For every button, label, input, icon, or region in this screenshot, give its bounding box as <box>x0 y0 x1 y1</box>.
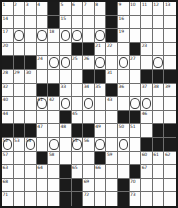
black-cell <box>164 124 176 138</box>
clue-number: 30 <box>26 70 31 75</box>
grid-cell[interactable]: 27 <box>130 56 142 70</box>
clue-number: 29 <box>14 70 19 75</box>
grid-cell[interactable] <box>60 97 72 111</box>
circle-marker <box>84 98 94 109</box>
clue-number: 62 <box>165 152 170 157</box>
black-cell <box>14 124 26 138</box>
grid-cell[interactable]: 65 <box>72 165 84 179</box>
clue-number: 17 <box>3 29 8 34</box>
grid-cell[interactable] <box>14 84 26 98</box>
grid-cell[interactable] <box>153 43 165 57</box>
grid-cell[interactable] <box>25 192 37 206</box>
grid-cell[interactable]: 61 <box>153 152 165 166</box>
grid-cell[interactable] <box>164 192 176 206</box>
black-cell <box>118 111 130 125</box>
clue-number: 65 <box>72 165 77 170</box>
grid-cell[interactable]: 45 <box>72 111 84 125</box>
circle-marker <box>142 98 152 109</box>
black-cell <box>83 124 95 138</box>
grid-cell[interactable]: 63 <box>2 165 14 179</box>
clue-number: 70 <box>130 179 135 184</box>
grid-cell[interactable] <box>130 16 142 30</box>
grid-cell[interactable]: 24 <box>37 56 49 70</box>
black-cell <box>60 165 72 179</box>
grid-cell[interactable] <box>153 179 165 193</box>
grid-cell[interactable]: 56 <box>83 138 95 152</box>
grid-cell[interactable] <box>37 192 49 206</box>
circle-marker <box>37 30 47 41</box>
black-cell <box>164 70 176 84</box>
grid-cell[interactable] <box>141 192 153 206</box>
grid-cell[interactable] <box>153 16 165 30</box>
black-cell <box>60 192 72 206</box>
clue-number: 40 <box>3 97 8 102</box>
grid-cell[interactable]: 55 <box>72 138 84 152</box>
grid-cell[interactable] <box>164 56 176 70</box>
black-cell <box>106 84 118 98</box>
clue-number: 39 <box>165 84 170 89</box>
grid-cell[interactable]: 19 <box>118 29 130 43</box>
grid-cell[interactable] <box>153 97 165 111</box>
grid-cell[interactable] <box>118 43 130 57</box>
grid-cell[interactable]: 68 <box>2 179 14 193</box>
grid-cell[interactable] <box>37 29 49 43</box>
grid-cell[interactable]: 10 <box>130 2 142 16</box>
clue-number: 18 <box>49 29 54 34</box>
clue-number: 68 <box>3 179 8 184</box>
grid-cell[interactable]: 9 <box>118 2 130 16</box>
clue-number: 63 <box>3 165 8 170</box>
grid-cell[interactable] <box>118 165 130 179</box>
grid-cell[interactable] <box>14 16 26 30</box>
grid-cell[interactable] <box>25 111 37 125</box>
grid-cell[interactable]: 18 <box>48 29 60 43</box>
grid-cell[interactable] <box>14 165 26 179</box>
grid-cell[interactable] <box>141 124 153 138</box>
grid-cell[interactable]: 22 <box>106 43 118 57</box>
clue-number: 71 <box>3 192 8 197</box>
grid-cell[interactable]: 47 <box>37 124 49 138</box>
circle-marker <box>61 57 71 68</box>
grid-cell[interactable]: 7 <box>83 2 95 16</box>
grid-cell[interactable] <box>141 56 153 70</box>
grid-cell[interactable] <box>25 16 37 30</box>
clue-number: 69 <box>84 179 89 184</box>
grid-cell[interactable] <box>48 138 60 152</box>
grid-cell[interactable] <box>118 70 130 84</box>
clue-number: 43 <box>107 97 112 102</box>
grid-cell[interactable] <box>95 179 107 193</box>
clue-number: 57 <box>3 152 8 157</box>
grid-cell[interactable] <box>153 165 165 179</box>
grid-cell[interactable]: 58 <box>48 152 60 166</box>
grid-cell[interactable] <box>48 56 60 70</box>
clue-number: 4 <box>37 2 40 7</box>
grid-cell[interactable]: 12 <box>153 2 165 16</box>
clue-number: 36 <box>119 84 124 89</box>
grid-cell[interactable]: 15 <box>60 16 72 30</box>
clue-number: 44 <box>3 111 8 116</box>
grid-cell[interactable]: 5 <box>60 2 72 16</box>
grid-cell[interactable] <box>60 152 72 166</box>
circle-marker <box>14 30 24 41</box>
grid-cell[interactable]: 37 <box>141 84 153 98</box>
grid-cell[interactable]: 64 <box>37 165 49 179</box>
black-cell <box>95 152 107 166</box>
grid-cell[interactable]: 2 <box>14 2 26 16</box>
grid-cell[interactable] <box>83 152 95 166</box>
clue-number: 3 <box>26 2 29 7</box>
black-cell <box>48 84 60 98</box>
black-cell <box>72 124 84 138</box>
clue-number: 60 <box>142 152 147 157</box>
grid-cell[interactable] <box>95 138 107 152</box>
grid-cell[interactable]: 30 <box>25 70 37 84</box>
grid-cell[interactable] <box>153 29 165 43</box>
black-cell <box>60 111 72 125</box>
clue-number: 54 <box>26 138 31 143</box>
grid-cell[interactable] <box>14 152 26 166</box>
clue-number: 47 <box>37 124 42 129</box>
clue-number: 11 <box>142 2 147 7</box>
clue-number: 28 <box>3 70 8 75</box>
grid-cell[interactable]: 16 <box>118 16 130 30</box>
grid-cell[interactable] <box>14 111 26 125</box>
black-cell <box>25 124 37 138</box>
clue-number: 27 <box>130 56 135 61</box>
grid-cell[interactable] <box>60 70 72 84</box>
grid-cell[interactable] <box>95 29 107 43</box>
grid-cell[interactable] <box>118 138 130 152</box>
clue-number: 50 <box>119 124 124 129</box>
circle-marker <box>153 57 163 68</box>
grid-cell[interactable] <box>118 56 130 70</box>
black-cell <box>37 84 49 98</box>
black-cell <box>72 43 84 57</box>
grid-cell[interactable] <box>14 29 26 43</box>
grid-cell[interactable]: 53 <box>14 138 26 152</box>
grid-cell[interactable] <box>106 56 118 70</box>
grid-cell[interactable] <box>37 179 49 193</box>
black-cell <box>153 138 165 152</box>
grid-cell[interactable] <box>106 111 118 125</box>
grid-cell[interactable] <box>106 124 118 138</box>
grid-cell[interactable]: 25 <box>72 56 84 70</box>
clue-number: 37 <box>142 84 147 89</box>
grid-cell[interactable] <box>60 138 72 152</box>
grid-cell[interactable] <box>25 97 37 111</box>
black-cell <box>83 43 95 57</box>
circle-marker <box>61 30 71 41</box>
grid-cell[interactable]: 36 <box>118 84 130 98</box>
clue-number: 2 <box>14 2 17 7</box>
grid-cell[interactable]: 32 <box>2 84 14 98</box>
grid-cell[interactable] <box>83 16 95 30</box>
clue-number: 15 <box>61 16 66 21</box>
clue-number: 53 <box>14 138 19 143</box>
grid-cell[interactable] <box>72 16 84 30</box>
grid-cell[interactable]: 41 <box>37 97 49 111</box>
grid-cell[interactable]: 49 <box>95 124 107 138</box>
grid-cell[interactable] <box>48 111 60 125</box>
black-cell <box>130 165 142 179</box>
black-cell <box>95 70 107 84</box>
grid-cell[interactable] <box>118 97 130 111</box>
black-cell <box>14 56 26 70</box>
clue-number: 66 <box>95 165 100 170</box>
clue-number: 32 <box>3 84 8 89</box>
grid-cell[interactable] <box>48 124 60 138</box>
clue-number: 35 <box>95 84 100 89</box>
grid-cell[interactable]: 35 <box>95 84 107 98</box>
clue-number: 12 <box>153 2 158 7</box>
clue-number: 33 <box>61 84 66 89</box>
grid-cell[interactable]: 40 <box>2 97 14 111</box>
grid-cell[interactable]: 26 <box>83 56 95 70</box>
grid-cell[interactable]: 66 <box>95 165 107 179</box>
grid-cell[interactable] <box>141 179 153 193</box>
grid-cell[interactable]: 46 <box>141 111 153 125</box>
grid-cell[interactable]: 48 <box>60 124 72 138</box>
grid-cell[interactable] <box>14 179 26 193</box>
clue-number: 13 <box>165 2 170 7</box>
grid-cell[interactable]: 1 <box>2 2 14 16</box>
grid-cell[interactable] <box>25 29 37 43</box>
grid-cell[interactable] <box>130 97 142 111</box>
circle-marker <box>49 139 59 150</box>
clue-number: 55 <box>72 138 77 143</box>
grid-cell[interactable] <box>164 179 176 193</box>
grid-cell[interactable] <box>14 43 26 57</box>
grid-cell[interactable] <box>72 70 84 84</box>
clue-number: 10 <box>130 2 135 7</box>
black-cell <box>106 16 118 30</box>
grid-cell[interactable] <box>153 192 165 206</box>
grid-cell[interactable] <box>60 29 72 43</box>
grid-cell[interactable] <box>37 43 49 57</box>
clue-number: 20 <box>3 43 8 48</box>
clue-number: 14 <box>3 16 8 21</box>
grid-cell[interactable]: 38 <box>153 84 165 98</box>
grid-cell[interactable] <box>95 111 107 125</box>
grid-cell[interactable] <box>164 97 176 111</box>
clue-number: 21 <box>95 43 100 48</box>
grid-cell[interactable]: 4 <box>37 2 49 16</box>
grid-cell[interactable] <box>14 97 26 111</box>
grid-cell[interactable]: 57 <box>2 152 14 166</box>
clue-number: 5 <box>61 2 64 7</box>
clue-number: 34 <box>84 84 89 89</box>
grid-cell[interactable] <box>130 29 142 43</box>
black-cell <box>153 70 165 84</box>
clue-number: 56 <box>84 138 89 143</box>
grid-cell[interactable]: 17 <box>2 29 14 43</box>
grid-cell[interactable] <box>83 97 95 111</box>
grid-cell[interactable] <box>164 29 176 43</box>
grid-cell[interactable]: 71 <box>2 192 14 206</box>
black-cell <box>118 179 130 193</box>
grid-cell[interactable]: 13 <box>164 2 176 16</box>
clue-number: 64 <box>37 165 42 170</box>
grid-cell[interactable] <box>164 43 176 57</box>
grid-cell[interactable] <box>130 152 142 166</box>
grid-cell[interactable] <box>60 43 72 57</box>
grid-cell[interactable]: 54 <box>25 138 37 152</box>
grid-cell[interactable]: 31 <box>106 70 118 84</box>
clue-number: 58 <box>49 152 54 157</box>
grid-cell[interactable] <box>83 111 95 125</box>
black-cell <box>48 2 60 16</box>
grid-cell[interactable] <box>141 16 153 30</box>
grid-cell[interactable] <box>72 97 84 111</box>
grid-cell[interactable]: 42 <box>48 97 60 111</box>
grid-cell[interactable] <box>118 152 130 166</box>
clue-number: 26 <box>84 56 89 61</box>
grid-cell[interactable]: 50 <box>118 124 130 138</box>
grid-cell[interactable]: 21 <box>95 43 107 57</box>
grid-cell[interactable]: 33 <box>60 84 72 98</box>
black-cell <box>37 152 49 166</box>
clue-number: 52 <box>3 138 8 143</box>
black-cell <box>106 29 118 43</box>
grid-cell[interactable]: 43 <box>106 97 118 111</box>
grid-cell[interactable]: 60 <box>141 152 153 166</box>
grid-cell[interactable] <box>48 165 60 179</box>
grid-cell[interactable]: 44 <box>2 111 14 125</box>
grid-cell[interactable] <box>130 84 142 98</box>
grid-cell[interactable]: 6 <box>72 2 84 16</box>
grid-cell[interactable] <box>130 70 142 84</box>
grid-cell[interactable]: 72 <box>83 192 95 206</box>
clue-number: 38 <box>153 84 158 89</box>
grid-cell[interactable] <box>130 138 142 152</box>
grid-cell[interactable] <box>72 84 84 98</box>
clue-number: 41 <box>37 97 42 102</box>
circle-marker <box>95 139 105 150</box>
grid-cell[interactable] <box>95 56 107 70</box>
clue-number: 23 <box>142 43 147 48</box>
grid-cell[interactable]: 51 <box>130 124 142 138</box>
black-cell <box>72 192 84 206</box>
circle-marker <box>72 30 82 41</box>
black-cell <box>72 179 84 193</box>
black-cell <box>118 192 130 206</box>
grid-cell[interactable] <box>164 111 176 125</box>
grid-cell[interactable]: 67 <box>141 165 153 179</box>
clue-number: 7 <box>84 2 87 7</box>
grid-cell[interactable] <box>95 16 107 30</box>
grid-cell[interactable]: 34 <box>83 84 95 98</box>
grid-cell[interactable] <box>25 84 37 98</box>
clue-number: 73 <box>130 192 135 197</box>
grid-cell[interactable]: 59 <box>106 152 118 166</box>
grid-cell[interactable]: 23 <box>141 43 153 57</box>
grid-cell[interactable]: 73 <box>130 192 142 206</box>
grid-cell[interactable] <box>153 111 165 125</box>
grid-cell[interactable] <box>153 56 165 70</box>
grid-cell[interactable]: 14 <box>2 16 14 30</box>
clue-number: 16 <box>119 16 124 21</box>
grid-cell[interactable] <box>95 192 107 206</box>
clue-number: 51 <box>130 124 135 129</box>
grid-cell[interactable] <box>48 192 60 206</box>
grid-cell[interactable]: 52 <box>2 138 14 152</box>
grid-cell[interactable] <box>72 29 84 43</box>
clue-number: 1 <box>3 2 6 7</box>
grid-cell[interactable] <box>141 97 153 111</box>
grid-cell[interactable]: 28 <box>2 70 14 84</box>
grid-cell[interactable] <box>72 152 84 166</box>
black-cell <box>141 70 153 84</box>
clue-number: 67 <box>142 165 147 170</box>
grid-cell[interactable] <box>106 165 118 179</box>
clue-number: 8 <box>95 2 98 7</box>
circle-marker <box>61 98 71 109</box>
black-cell <box>25 56 37 70</box>
grid-cell[interactable]: 20 <box>2 43 14 57</box>
clue-number: 46 <box>142 111 147 116</box>
grid-cell[interactable] <box>95 97 107 111</box>
clue-number: 48 <box>61 124 66 129</box>
black-cell <box>2 124 14 138</box>
clue-number: 49 <box>95 124 100 129</box>
grid-cell[interactable] <box>48 43 60 57</box>
grid-cell[interactable] <box>25 43 37 57</box>
grid-cell[interactable] <box>25 152 37 166</box>
black-cell <box>48 16 60 30</box>
grid-cell[interactable] <box>37 16 49 30</box>
circle-marker <box>119 139 129 150</box>
black-cell <box>153 124 165 138</box>
grid-cell[interactable] <box>37 70 49 84</box>
grid-cell[interactable] <box>164 165 176 179</box>
grid-cell[interactable] <box>106 192 118 206</box>
grid-cell[interactable] <box>60 56 72 70</box>
circle-marker <box>95 57 105 68</box>
clue-number: 9 <box>119 2 122 7</box>
circle-marker <box>95 30 105 41</box>
black-cell <box>130 111 142 125</box>
grid-cell[interactable] <box>48 179 60 193</box>
grid-cell[interactable] <box>106 179 118 193</box>
grid-cell[interactable] <box>106 138 118 152</box>
grid-cell[interactable] <box>25 179 37 193</box>
grid-cell[interactable]: 39 <box>164 84 176 98</box>
grid-cell[interactable]: 29 <box>14 70 26 84</box>
circle-marker <box>130 98 140 109</box>
grid-cell[interactable] <box>164 16 176 30</box>
black-cell <box>2 56 14 70</box>
grid-cell[interactable] <box>37 138 49 152</box>
grid-cell[interactable] <box>48 70 60 84</box>
grid-cell[interactable] <box>37 111 49 125</box>
clue-number: 72 <box>84 192 89 197</box>
grid-cell[interactable]: 70 <box>130 179 142 193</box>
black-cell <box>106 2 118 16</box>
grid-cell[interactable]: 3 <box>25 2 37 16</box>
grid-cell[interactable]: 11 <box>141 2 153 16</box>
black-cell <box>130 43 142 57</box>
black-cell <box>83 70 95 84</box>
grid-cell[interactable] <box>83 165 95 179</box>
grid-cell[interactable] <box>14 192 26 206</box>
grid-cell[interactable]: 69 <box>83 179 95 193</box>
grid-cell[interactable] <box>25 165 37 179</box>
grid-cell[interactable]: 62 <box>164 152 176 166</box>
grid-cell[interactable] <box>141 29 153 43</box>
grid-cell[interactable] <box>83 29 95 43</box>
grid-cell[interactable]: 8 <box>95 2 107 16</box>
